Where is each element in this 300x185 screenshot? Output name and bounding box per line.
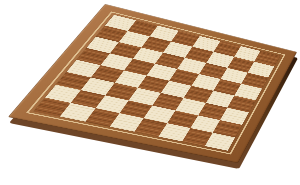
chessboard-scene [0,0,300,185]
product-photo-stage [0,0,300,185]
